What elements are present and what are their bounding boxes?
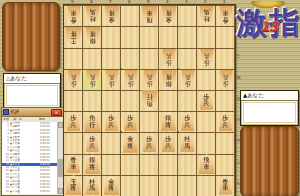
gekisashi-app-window: △あなた 棋譜 × 手数 指し手 時間 1▲７六歩0:00:022△３四歩0:0…	[0, 0, 300, 196]
file-label-9: 9	[71, 0, 74, 4]
sente-piece-stand	[240, 126, 299, 196]
kifu-window-icon	[3, 109, 9, 115]
kifu-window-title: 棋譜	[10, 108, 51, 116]
rank-label-4: 四	[237, 76, 241, 80]
kifu-row-21[interactable]: 21▲７九金0:00:02	[2, 190, 58, 193]
star-point	[177, 68, 179, 70]
sente-player-box: ▲あなた	[240, 90, 299, 126]
gote-piece-stand	[2, 2, 60, 71]
shogi-board[interactable]: 香車桂馬金将飛車金将桂馬香車王将銀将歩兵歩兵歩兵歩兵歩兵歩兵歩兵銀将歩兵歩兵角行…	[63, 4, 236, 196]
file-label-1: 1	[223, 0, 226, 4]
star-point	[120, 68, 122, 70]
sente-player-name: ▲あなた	[241, 91, 298, 101]
file-label-3: 3	[185, 0, 188, 4]
file-label-6: 6	[128, 0, 131, 4]
sente-captured-tray	[243, 102, 296, 123]
kifu-window: 棋譜 × 手数 指し手 時間 1▲７六歩0:00:022△３四歩0:00:013…	[1, 107, 64, 196]
kifu-move-list[interactable]: 1▲７六歩0:00:022△３四歩0:00:013▲２六歩0:00:034△４四…	[2, 122, 58, 194]
logo-version: 13	[260, 19, 278, 34]
file-label-5: 5	[147, 0, 150, 4]
file-label-2: 2	[204, 0, 207, 4]
file-label-8: 8	[90, 0, 93, 4]
kifu-titlebar[interactable]: 棋譜 ×	[2, 108, 63, 117]
gote-player-name: △あなた	[4, 74, 60, 84]
gote-player-box: △あなた	[3, 73, 61, 109]
file-label-4: 4	[166, 0, 169, 4]
file-label-7: 7	[109, 0, 112, 4]
rank-label-3: 三	[237, 54, 241, 58]
gote-captured-tray	[6, 85, 58, 106]
close-icon[interactable]: ×	[51, 109, 62, 116]
gekisashi-logo: 激 指 13	[236, 1, 299, 47]
